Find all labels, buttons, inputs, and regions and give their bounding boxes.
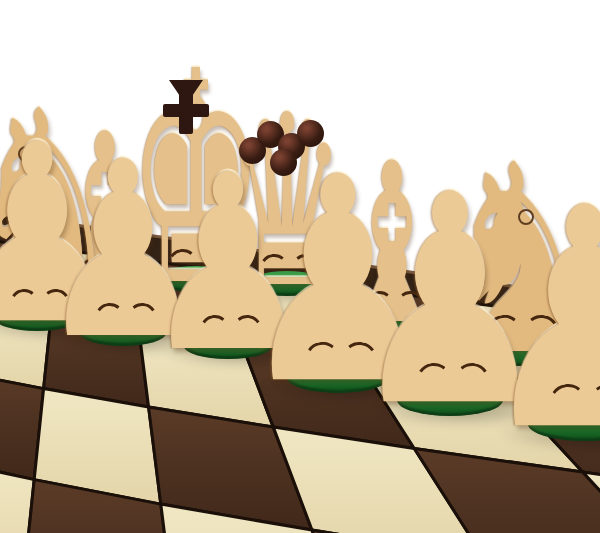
chess-set-photo: ♞♝♚♛♝♞♟♟♟♟♟♟ (0, 0, 600, 533)
piece-white-pawn-b2: ♟ (479, 168, 600, 472)
